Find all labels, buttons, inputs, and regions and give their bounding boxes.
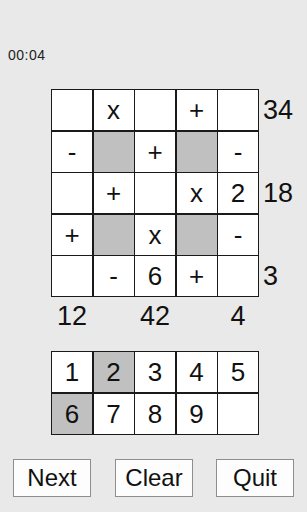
palette-digit-2[interactable]: 2	[94, 352, 134, 392]
palette-empty-cell	[218, 394, 258, 434]
blocked-cell-r4c4	[177, 215, 217, 255]
palette-digit-8[interactable]: 8	[135, 394, 175, 434]
row-target-1: 34	[263, 89, 307, 132]
operator-cell-r5c2: -	[94, 256, 134, 296]
operator-cell-r4c3: x	[135, 215, 175, 255]
palette-digit-3[interactable]: 3	[135, 352, 175, 392]
palette-digit-1[interactable]: 1	[52, 352, 92, 392]
number-cell-r1c1[interactable]	[52, 90, 92, 130]
operator-cell-r1c4: +	[177, 90, 217, 130]
operator-cell-r3c4: x	[177, 173, 217, 213]
palette-digit-5[interactable]: 5	[218, 352, 258, 392]
number-cell-r1c5[interactable]	[218, 90, 258, 130]
palette-digit-9[interactable]: 9	[177, 394, 217, 434]
quit-button[interactable]: Quit	[216, 459, 294, 497]
timer-label: 00:04	[8, 47, 46, 63]
puzzle-grid: x+-+-+x2+x--6+	[51, 89, 259, 297]
blocked-cell-r2c2	[94, 132, 134, 172]
number-cell-r5c5[interactable]	[218, 256, 258, 296]
number-palette: 123456789	[51, 351, 259, 435]
col-target-3: 4	[208, 299, 268, 333]
number-cell-r3c5[interactable]: 2	[218, 173, 258, 213]
operator-cell-r5c4: +	[177, 256, 217, 296]
operator-cell-r4c1: +	[52, 215, 92, 255]
palette-digit-7[interactable]: 7	[94, 394, 134, 434]
operator-cell-r2c3: +	[135, 132, 175, 172]
col-target-2: 42	[125, 299, 185, 333]
operator-cell-r1c2: x	[94, 90, 134, 130]
row-target-3: 3	[263, 255, 307, 298]
number-cell-r3c1[interactable]	[52, 173, 92, 213]
number-cell-r5c3[interactable]: 6	[135, 256, 175, 296]
blocked-cell-r4c2	[94, 215, 134, 255]
number-cell-r5c1[interactable]	[52, 256, 92, 296]
row-target-2: 18	[263, 172, 307, 215]
blocked-cell-r2c4	[177, 132, 217, 172]
operator-cell-r3c2: +	[94, 173, 134, 213]
col-target-1: 12	[42, 299, 102, 333]
palette-digit-4[interactable]: 4	[177, 352, 217, 392]
operator-cell-r4c5: -	[218, 215, 258, 255]
operator-cell-r2c5: -	[218, 132, 258, 172]
number-cell-r3c3[interactable]	[135, 173, 175, 213]
next-button[interactable]: Next	[13, 459, 91, 497]
number-cell-r1c3[interactable]	[135, 90, 175, 130]
palette-digit-6[interactable]: 6	[52, 394, 92, 434]
operator-cell-r2c1: -	[52, 132, 92, 172]
crossmath-app: 00:04 x+-+-+x2+x--6+ 34 18 3 12 42 4 123…	[0, 0, 307, 512]
clear-button[interactable]: Clear	[115, 459, 193, 497]
